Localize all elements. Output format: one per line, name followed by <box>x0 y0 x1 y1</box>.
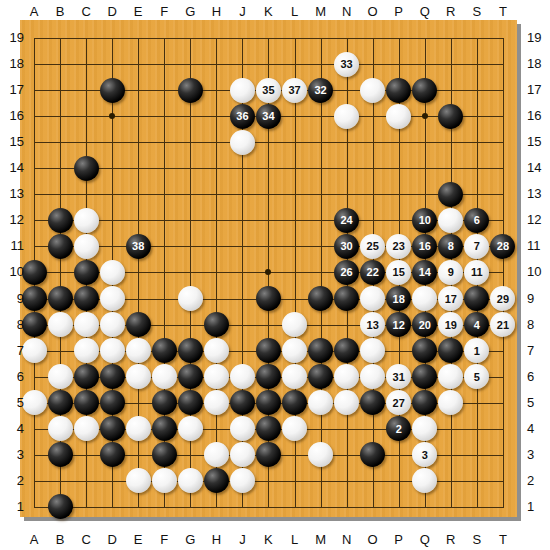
stone-C4[interactable] <box>74 416 99 441</box>
stone-P5[interactable]: 27 <box>386 390 411 415</box>
stone-Q7[interactable] <box>412 338 437 363</box>
stone-G5[interactable] <box>178 390 203 415</box>
stone-P17[interactable] <box>386 78 411 103</box>
move-number-label: 13 <box>360 312 385 337</box>
stone-P9[interactable]: 18 <box>386 286 411 311</box>
move-number-label: 6 <box>464 208 489 233</box>
coord-label-col-Q-top: Q <box>412 4 438 20</box>
move-number-label: 29 <box>490 286 515 311</box>
coord-label-row-1-right: 1 <box>527 499 550 515</box>
grid-line-horizontal <box>34 507 504 508</box>
move-number-label: 16 <box>412 234 437 259</box>
stone-O9[interactable] <box>360 286 385 311</box>
stone-J3[interactable] <box>230 442 255 467</box>
stone-A5[interactable] <box>22 390 47 415</box>
grid-line-vertical <box>321 38 322 508</box>
coord-label-col-L-bottom: L <box>282 532 308 548</box>
move-number-label: 8 <box>438 234 463 259</box>
move-number-label: 24 <box>334 208 359 233</box>
stone-R8[interactable]: 19 <box>438 312 463 337</box>
stone-Q9[interactable] <box>412 286 437 311</box>
stone-C11[interactable] <box>74 234 99 259</box>
stone-B12[interactable] <box>48 208 73 233</box>
stone-R11[interactable]: 8 <box>438 234 463 259</box>
stone-C5[interactable] <box>74 390 99 415</box>
coord-label-row-8-right: 8 <box>527 317 550 333</box>
stone-S10[interactable]: 11 <box>464 260 489 285</box>
coord-label-row-2-left: 2 <box>0 473 24 489</box>
coord-label-col-D-top: D <box>99 4 125 20</box>
stone-S8[interactable]: 4 <box>464 312 489 337</box>
stone-L6[interactable] <box>282 364 307 389</box>
stone-E11[interactable]: 38 <box>126 234 151 259</box>
coord-label-col-F-top: F <box>151 4 177 20</box>
stone-B3[interactable] <box>48 442 73 467</box>
coord-label-col-Q-bottom: Q <box>412 532 438 548</box>
coord-label-row-16-right: 16 <box>527 108 550 124</box>
stone-K17[interactable]: 35 <box>256 78 281 103</box>
coord-label-row-7-left: 7 <box>0 343 24 359</box>
go-diagram: 3335373236342410638302523168728262215149… <box>0 0 550 550</box>
move-number-label: 14 <box>412 260 437 285</box>
stone-R5[interactable] <box>438 390 463 415</box>
move-number-label: 31 <box>386 364 411 389</box>
stone-L4[interactable] <box>282 416 307 441</box>
move-number-label: 26 <box>334 260 359 285</box>
stone-K16[interactable]: 34 <box>256 104 281 129</box>
coord-label-col-M-top: M <box>308 4 334 20</box>
coord-label-row-13-left: 13 <box>0 186 24 202</box>
coord-label-col-G-bottom: G <box>177 532 203 548</box>
coord-label-col-F-bottom: F <box>151 532 177 548</box>
stone-B5[interactable] <box>48 390 73 415</box>
coord-label-col-A-top: A <box>21 4 47 20</box>
stone-J17[interactable] <box>230 78 255 103</box>
stone-J6[interactable] <box>230 364 255 389</box>
stone-K6[interactable] <box>256 364 281 389</box>
stone-D10[interactable] <box>100 260 125 285</box>
coord-label-col-B-bottom: B <box>47 532 73 548</box>
coord-label-col-N-bottom: N <box>334 532 360 548</box>
stone-Q4[interactable] <box>412 416 437 441</box>
coord-label-col-R-bottom: R <box>438 532 464 548</box>
coord-label-col-P-bottom: P <box>386 532 412 548</box>
move-number-label: 25 <box>360 234 385 259</box>
stone-G2[interactable] <box>178 468 203 493</box>
stone-H3[interactable] <box>204 442 229 467</box>
go-board[interactable]: 3335373236342410638302523168728262215149… <box>20 20 517 517</box>
star-point-D16 <box>109 113 115 119</box>
move-number-label: 7 <box>464 234 489 259</box>
coord-label-col-C-top: C <box>73 4 99 20</box>
stone-A9[interactable] <box>22 286 47 311</box>
stone-K9[interactable] <box>256 286 281 311</box>
move-number-label: 30 <box>334 234 359 259</box>
stone-G6[interactable] <box>178 364 203 389</box>
stone-F6[interactable] <box>152 364 177 389</box>
stone-S6[interactable]: 5 <box>464 364 489 389</box>
stone-S9[interactable] <box>464 286 489 311</box>
stone-R13[interactable] <box>438 182 463 207</box>
coord-label-col-S-bottom: S <box>464 532 490 548</box>
stone-L17[interactable]: 37 <box>282 78 307 103</box>
stone-A8[interactable] <box>22 312 47 337</box>
coord-label-col-M-bottom: M <box>308 532 334 548</box>
move-number-label: 23 <box>386 234 411 259</box>
stone-N5[interactable] <box>334 390 359 415</box>
coord-label-row-6-left: 6 <box>0 369 24 385</box>
stone-J2[interactable] <box>230 468 255 493</box>
stone-F5[interactable] <box>152 390 177 415</box>
move-number-label: 27 <box>386 390 411 415</box>
coord-label-row-15-left: 15 <box>0 134 24 150</box>
stone-S11[interactable]: 7 <box>464 234 489 259</box>
stone-M9[interactable] <box>308 286 333 311</box>
stone-J5[interactable] <box>230 390 255 415</box>
stone-B11[interactable] <box>48 234 73 259</box>
stone-G4[interactable] <box>178 416 203 441</box>
stone-F4[interactable] <box>152 416 177 441</box>
coord-label-col-D-bottom: D <box>99 532 125 548</box>
stone-J16[interactable]: 36 <box>230 104 255 129</box>
coord-label-row-9-right: 9 <box>527 291 550 307</box>
move-number-label: 28 <box>490 234 515 259</box>
stone-L8[interactable] <box>282 312 307 337</box>
move-number-label: 11 <box>464 260 489 285</box>
coord-label-row-12-right: 12 <box>527 212 550 228</box>
coord-label-row-10-left: 10 <box>0 264 24 280</box>
move-number-label: 20 <box>412 312 437 337</box>
stone-P4[interactable]: 2 <box>386 416 411 441</box>
stone-M3[interactable] <box>308 442 333 467</box>
coord-label-col-E-top: E <box>125 4 151 20</box>
move-number-label: 3 <box>412 442 437 467</box>
coord-label-row-4-left: 4 <box>0 421 24 437</box>
coord-label-row-14-left: 14 <box>0 160 24 176</box>
stone-N16[interactable] <box>334 104 359 129</box>
coord-label-col-T-top: T <box>490 4 516 20</box>
coord-label-col-K-top: K <box>255 4 281 20</box>
stone-H5[interactable] <box>204 390 229 415</box>
move-number-label: 15 <box>386 260 411 285</box>
grid-line-vertical <box>503 38 504 508</box>
coord-label-row-6-right: 6 <box>527 369 550 385</box>
stone-Q6[interactable] <box>412 364 437 389</box>
stone-S7[interactable]: 1 <box>464 338 489 363</box>
move-number-label: 33 <box>334 52 359 77</box>
coord-label-row-12-left: 12 <box>0 212 24 228</box>
stone-P11[interactable]: 23 <box>386 234 411 259</box>
stone-H7[interactable] <box>204 338 229 363</box>
stone-D7[interactable] <box>100 338 125 363</box>
stone-O10[interactable]: 22 <box>360 260 385 285</box>
stone-O17[interactable] <box>360 78 385 103</box>
move-number-label: 2 <box>386 416 411 441</box>
move-number-label: 18 <box>386 286 411 311</box>
stone-C7[interactable] <box>74 338 99 363</box>
stone-G9[interactable] <box>178 286 203 311</box>
move-number-label: 1 <box>464 338 489 363</box>
move-number-label: 35 <box>256 78 281 103</box>
stone-N9[interactable] <box>334 286 359 311</box>
stone-K5[interactable] <box>256 390 281 415</box>
move-number-label: 37 <box>282 78 307 103</box>
coord-label-row-17-left: 17 <box>0 82 24 98</box>
stone-D8[interactable] <box>100 312 125 337</box>
move-number-label: 32 <box>308 78 333 103</box>
stone-M17[interactable]: 32 <box>308 78 333 103</box>
stone-N10[interactable]: 26 <box>334 260 359 285</box>
stone-K7[interactable] <box>256 338 281 363</box>
coord-label-col-N-top: N <box>334 4 360 20</box>
stone-F7[interactable] <box>152 338 177 363</box>
stone-Q8[interactable]: 20 <box>412 312 437 337</box>
coord-label-col-O-bottom: O <box>360 532 386 548</box>
star-point-K10 <box>265 269 271 275</box>
stone-T8[interactable]: 21 <box>490 312 515 337</box>
stone-D9[interactable] <box>100 286 125 311</box>
coord-label-row-3-right: 3 <box>527 447 550 463</box>
stone-Q5[interactable] <box>412 390 437 415</box>
stone-C6[interactable] <box>74 364 99 389</box>
stone-A7[interactable] <box>22 338 47 363</box>
coord-label-col-H-top: H <box>203 4 229 20</box>
stone-P16[interactable] <box>386 104 411 129</box>
stone-T9[interactable]: 29 <box>490 286 515 311</box>
stone-C9[interactable] <box>74 286 99 311</box>
coord-label-row-14-right: 14 <box>527 160 550 176</box>
stone-R16[interactable] <box>438 104 463 129</box>
stone-Q17[interactable] <box>412 78 437 103</box>
stone-O8[interactable]: 13 <box>360 312 385 337</box>
coord-label-row-3-left: 3 <box>0 447 24 463</box>
stone-E2[interactable] <box>126 468 151 493</box>
coord-label-col-L-top: L <box>282 4 308 20</box>
stone-B8[interactable] <box>48 312 73 337</box>
coord-label-col-P-top: P <box>386 4 412 20</box>
coord-label-col-K-bottom: K <box>255 532 281 548</box>
stone-J4[interactable] <box>230 416 255 441</box>
move-number-label: 22 <box>360 260 385 285</box>
stone-B1[interactable] <box>48 494 73 519</box>
stone-M6[interactable] <box>308 364 333 389</box>
stone-N12[interactable]: 24 <box>334 208 359 233</box>
stone-H8[interactable] <box>204 312 229 337</box>
coord-label-row-11-left: 11 <box>0 238 24 254</box>
stone-R12[interactable] <box>438 208 463 233</box>
stone-B6[interactable] <box>48 364 73 389</box>
coord-label-row-10-right: 10 <box>527 264 550 280</box>
stone-S12[interactable]: 6 <box>464 208 489 233</box>
stone-E4[interactable] <box>126 416 151 441</box>
stone-D3[interactable] <box>100 442 125 467</box>
stone-R9[interactable]: 17 <box>438 286 463 311</box>
coord-label-row-18-left: 18 <box>0 56 24 72</box>
stone-D17[interactable] <box>100 78 125 103</box>
coord-label-row-17-right: 17 <box>527 82 550 98</box>
coord-label-row-19-left: 19 <box>0 30 24 46</box>
stone-G17[interactable] <box>178 78 203 103</box>
stone-R7[interactable] <box>438 338 463 363</box>
stone-P8[interactable]: 12 <box>386 312 411 337</box>
stone-C10[interactable] <box>74 260 99 285</box>
stone-H2[interactable] <box>204 468 229 493</box>
stone-H6[interactable] <box>204 364 229 389</box>
stone-J15[interactable] <box>230 130 255 155</box>
stone-D6[interactable] <box>100 364 125 389</box>
move-number-label: 19 <box>438 312 463 337</box>
stone-T11[interactable]: 28 <box>490 234 515 259</box>
stone-L5[interactable] <box>282 390 307 415</box>
stone-O11[interactable]: 25 <box>360 234 385 259</box>
move-number-label: 10 <box>412 208 437 233</box>
coord-label-row-11-right: 11 <box>527 238 550 254</box>
stone-N11[interactable]: 30 <box>334 234 359 259</box>
coord-label-row-7-right: 7 <box>527 343 550 359</box>
move-number-label: 12 <box>386 312 411 337</box>
coord-label-col-G-top: G <box>177 4 203 20</box>
coord-label-col-S-top: S <box>464 4 490 20</box>
move-number-label: 38 <box>126 234 151 259</box>
stone-Q2[interactable] <box>412 468 437 493</box>
coord-label-col-C-bottom: C <box>73 532 99 548</box>
stone-E6[interactable] <box>126 364 151 389</box>
coord-label-col-A-bottom: A <box>21 532 47 548</box>
stone-N18[interactable]: 33 <box>334 52 359 77</box>
stone-A10[interactable] <box>22 260 47 285</box>
coord-label-col-J-top: J <box>229 4 255 20</box>
coord-label-col-T-bottom: T <box>490 532 516 548</box>
stone-O7[interactable] <box>360 338 385 363</box>
coord-label-col-H-bottom: H <box>203 532 229 548</box>
coord-label-col-R-top: R <box>438 4 464 20</box>
coord-label-row-19-right: 19 <box>527 30 550 46</box>
stone-C12[interactable] <box>74 208 99 233</box>
stone-R10[interactable]: 9 <box>438 260 463 285</box>
coord-label-row-5-right: 5 <box>527 395 550 411</box>
stone-Q11[interactable]: 16 <box>412 234 437 259</box>
coord-label-row-18-right: 18 <box>527 56 550 72</box>
stone-K3[interactable] <box>256 442 281 467</box>
stone-B9[interactable] <box>48 286 73 311</box>
stone-R6[interactable] <box>438 364 463 389</box>
stone-N6[interactable] <box>334 364 359 389</box>
move-number-label: 17 <box>438 286 463 311</box>
stone-D5[interactable] <box>100 390 125 415</box>
stone-Q10[interactable]: 14 <box>412 260 437 285</box>
coord-label-row-15-right: 15 <box>527 134 550 150</box>
stone-C8[interactable] <box>74 312 99 337</box>
coord-label-row-13-right: 13 <box>527 186 550 202</box>
move-number-label: 21 <box>490 312 515 337</box>
move-number-label: 4 <box>464 312 489 337</box>
coord-label-row-1-left: 1 <box>0 499 24 515</box>
coord-label-row-5-left: 5 <box>0 395 24 411</box>
stone-O3[interactable] <box>360 442 385 467</box>
coord-label-col-B-top: B <box>47 4 73 20</box>
coord-label-col-J-bottom: J <box>229 532 255 548</box>
stone-L7[interactable] <box>282 338 307 363</box>
stone-C14[interactable] <box>74 156 99 181</box>
move-number-label: 5 <box>464 364 489 389</box>
coord-label-row-4-right: 4 <box>527 421 550 437</box>
stone-F3[interactable] <box>152 442 177 467</box>
stone-B4[interactable] <box>48 416 73 441</box>
stone-Q12[interactable]: 10 <box>412 208 437 233</box>
coord-label-row-8-left: 8 <box>0 317 24 333</box>
coord-label-col-O-top: O <box>360 4 386 20</box>
stone-O5[interactable] <box>360 390 385 415</box>
coord-label-row-16-left: 16 <box>0 108 24 124</box>
stone-O6[interactable] <box>360 364 385 389</box>
coord-label-row-9-left: 9 <box>0 291 24 307</box>
stone-K4[interactable] <box>256 416 281 441</box>
stone-M7[interactable] <box>308 338 333 363</box>
coord-label-row-2-right: 2 <box>527 473 550 489</box>
stone-N7[interactable] <box>334 338 359 363</box>
move-number-label: 9 <box>438 260 463 285</box>
stone-D4[interactable] <box>100 416 125 441</box>
stone-Q3[interactable]: 3 <box>412 442 437 467</box>
stone-E8[interactable] <box>126 312 151 337</box>
stone-M5[interactable] <box>308 390 333 415</box>
stone-G7[interactable] <box>178 338 203 363</box>
stone-E7[interactable] <box>126 338 151 363</box>
stone-P10[interactable]: 15 <box>386 260 411 285</box>
coord-label-col-E-bottom: E <box>125 532 151 548</box>
stone-F2[interactable] <box>152 468 177 493</box>
move-number-label: 34 <box>256 104 281 129</box>
stone-P6[interactable]: 31 <box>386 364 411 389</box>
move-number-label: 36 <box>230 104 255 129</box>
star-point-Q16 <box>422 113 428 119</box>
